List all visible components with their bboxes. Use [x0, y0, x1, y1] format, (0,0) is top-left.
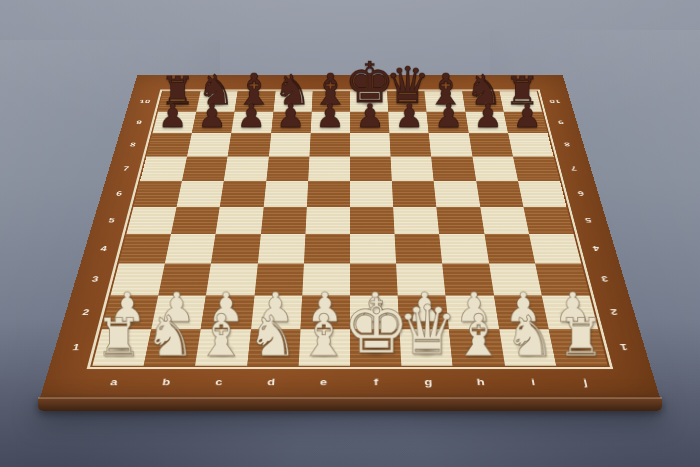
square-b8 — [187, 133, 231, 156]
square-f9: ♟ — [350, 112, 390, 134]
square-b9: ♟ — [192, 112, 235, 134]
rank-label-right-cell: 9 — [542, 112, 580, 134]
square-j3 — [535, 264, 589, 296]
square-i1: ♞ — [499, 329, 556, 365]
square-g2: ♟ — [398, 295, 449, 329]
square-a1: ♜ — [92, 329, 151, 365]
rank-label-right-cell: 7 — [554, 156, 595, 180]
square-e7 — [308, 156, 350, 180]
square-h3 — [443, 264, 494, 296]
square-i4 — [484, 234, 535, 264]
square-g1: ♛ — [400, 329, 453, 365]
square-b1: ♞ — [144, 329, 201, 365]
square-i2: ♟ — [494, 295, 549, 329]
board-scene: 10♜♞♝♞♝♚♛♝♞♜109♟♟♟♟♟♟♟♟♟♟98877665544332♟… — [40, 0, 660, 398]
square-d7 — [266, 156, 309, 180]
rank-label-right-cell: 5 — [567, 207, 611, 235]
board-frame-cell — [238, 75, 277, 91]
square-a5 — [126, 207, 176, 235]
square-b3 — [158, 264, 211, 296]
square-j5 — [523, 207, 573, 235]
square-c8 — [228, 133, 271, 156]
square-a10: ♜ — [158, 91, 201, 111]
square-c1: ♝ — [195, 329, 250, 365]
square-i5 — [480, 207, 529, 235]
square-d3 — [254, 264, 304, 296]
square-h8 — [429, 133, 472, 156]
square-d1: ♞ — [247, 329, 300, 365]
square-j7 — [513, 156, 560, 180]
square-f2: ♟ — [350, 295, 400, 329]
square-c10: ♝ — [235, 91, 276, 111]
file-label-i: i — [505, 366, 563, 398]
square-h6 — [434, 181, 480, 207]
square-b5 — [171, 207, 220, 235]
square-c3 — [206, 264, 257, 296]
file-label-j: j — [556, 366, 616, 398]
square-f6 — [350, 181, 393, 207]
board-frame-cell — [350, 75, 387, 91]
rank-label-left-3: 3 — [71, 264, 119, 296]
board-frame-cell — [132, 75, 167, 91]
rank-label-right-cell: 6 — [560, 181, 603, 207]
square-b10: ♞ — [196, 91, 238, 111]
square-h5 — [437, 207, 485, 235]
file-label-b: b — [137, 366, 195, 398]
square-j8 — [508, 133, 553, 156]
square-b7 — [182, 156, 228, 180]
square-d2: ♟ — [251, 295, 302, 329]
square-j2: ♟ — [542, 295, 599, 329]
square-c4 — [211, 234, 260, 264]
square-a9: ♟ — [152, 112, 196, 134]
square-a3 — [111, 264, 165, 296]
board-frame-cell — [533, 75, 568, 91]
square-i8 — [469, 133, 513, 156]
square-i9: ♟ — [465, 112, 508, 134]
board-frame-cell — [201, 75, 241, 91]
rank-label-right-cell: 8 — [548, 133, 588, 156]
square-f10: ♚ — [350, 91, 388, 111]
square-a2: ♟ — [102, 295, 159, 329]
square-f8 — [350, 133, 391, 156]
square-j1: ♜ — [549, 329, 608, 365]
square-f1: ♚ — [350, 329, 402, 365]
square-d10: ♞ — [273, 91, 312, 111]
square-d4 — [257, 234, 305, 264]
rank-label-right-cell: 3 — [581, 264, 629, 296]
square-e6 — [307, 181, 350, 207]
rank-label-right-cell: 10 — [537, 91, 574, 111]
square-h2: ♟ — [446, 295, 499, 329]
square-e5 — [305, 207, 350, 235]
rank-label-right-8: 8 — [563, 141, 571, 147]
square-g8 — [390, 133, 432, 156]
square-a6 — [133, 181, 182, 207]
square-g3 — [396, 264, 446, 296]
photo-background: 10♜♞♝♞♝♚♛♝♞♜109♟♟♟♟♟♟♟♟♟♟98877665544332♟… — [0, 0, 700, 467]
square-f3 — [350, 264, 398, 296]
file-label-e: e — [297, 366, 350, 398]
square-i7 — [472, 156, 518, 180]
board-frame-cell — [275, 75, 313, 91]
rank-label-right-4: 4 — [592, 245, 601, 253]
rank-label-right-3: 3 — [600, 275, 609, 284]
square-g5 — [393, 207, 439, 235]
square-e10: ♝ — [312, 91, 350, 111]
rank-label-right-1: 1 — [619, 342, 629, 352]
board-frame-cell — [313, 75, 350, 91]
square-e4 — [304, 234, 350, 264]
square-c6 — [220, 181, 266, 207]
rank-label-right-9: 9 — [557, 119, 564, 125]
square-f7 — [350, 156, 392, 180]
square-i3 — [489, 264, 542, 296]
file-label-g: g — [402, 366, 457, 398]
square-e9: ♟ — [310, 112, 350, 134]
board-frame-cell — [386, 75, 424, 91]
square-h7 — [431, 156, 475, 180]
board-frame-cell — [423, 75, 462, 91]
file-label-f: f — [350, 366, 403, 398]
square-h9: ♟ — [427, 112, 469, 134]
square-c5 — [216, 207, 264, 235]
chessboard: 10♜♞♝♞♝♚♛♝♞♜109♟♟♟♟♟♟♟♟♟♟98877665544332♟… — [40, 75, 660, 398]
board-frame-cell — [496, 75, 537, 91]
file-label-h: h — [453, 366, 510, 398]
square-a7 — [140, 156, 187, 180]
rank-label-right-10: 10 — [549, 99, 562, 105]
square-b2: ♟ — [151, 295, 206, 329]
board-frame-cell — [460, 75, 500, 91]
square-i6 — [476, 181, 523, 207]
square-a4 — [119, 234, 171, 264]
square-d5 — [261, 207, 307, 235]
square-e3 — [302, 264, 350, 296]
square-b4 — [165, 234, 216, 264]
square-f4 — [350, 234, 396, 264]
square-j10: ♜ — [499, 91, 542, 111]
square-d6 — [263, 181, 308, 207]
square-e8 — [309, 133, 350, 156]
square-h10: ♝ — [425, 91, 466, 111]
rank-label-right-6: 6 — [577, 190, 585, 197]
square-h4 — [439, 234, 488, 264]
square-c7 — [224, 156, 268, 180]
square-d8 — [269, 133, 311, 156]
square-g6 — [392, 181, 437, 207]
square-j9: ♟ — [504, 112, 548, 134]
square-j6 — [518, 181, 567, 207]
board-frame-cell — [608, 366, 660, 398]
square-g4 — [395, 234, 443, 264]
square-f5 — [350, 207, 395, 235]
square-g9: ♟ — [388, 112, 429, 134]
square-c2: ♟ — [201, 295, 254, 329]
square-a8 — [146, 133, 191, 156]
rank-label-right-7: 7 — [570, 165, 578, 172]
square-i10: ♞ — [462, 91, 504, 111]
square-c9: ♟ — [231, 112, 273, 134]
rank-label-right-5: 5 — [584, 216, 593, 224]
file-label-a: a — [84, 366, 144, 398]
square-d9: ♟ — [271, 112, 312, 134]
board-frame-cell — [163, 75, 204, 91]
square-e2: ♟ — [300, 295, 350, 329]
square-h1: ♝ — [449, 329, 504, 365]
square-e1: ♝ — [298, 329, 350, 365]
rank-label-right-2: 2 — [609, 307, 619, 317]
rank-label-right-cell: 4 — [574, 234, 620, 264]
square-b6 — [177, 181, 224, 207]
square-g7 — [391, 156, 434, 180]
square-j4 — [529, 234, 581, 264]
file-label-d: d — [244, 366, 299, 398]
board-front-edge — [38, 398, 662, 411]
file-label-c: c — [190, 366, 247, 398]
square-g10: ♛ — [387, 91, 426, 111]
